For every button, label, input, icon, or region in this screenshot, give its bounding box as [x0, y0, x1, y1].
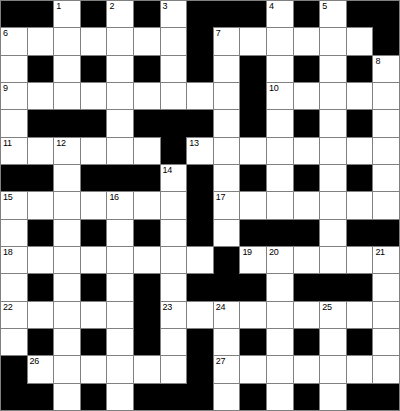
cell-r9c1[interactable]: [1, 220, 27, 246]
cell-r4c1[interactable]: 9: [1, 83, 27, 109]
clue-number: 18: [3, 247, 12, 257]
clue-number: 13: [189, 138, 198, 148]
cell-r8c14[interactable]: [347, 192, 373, 218]
cell-r14c11[interactable]: [267, 356, 293, 382]
cell-r10c6[interactable]: [134, 247, 160, 273]
cell-r4c11[interactable]: 10: [267, 83, 293, 109]
cell-r2c3[interactable]: [54, 28, 80, 54]
cell-r1c15: [373, 1, 399, 27]
cell-r11c2: [28, 274, 54, 300]
cell-r8c4[interactable]: [81, 192, 107, 218]
clue-number: 6: [3, 28, 8, 38]
cell-r15c9[interactable]: [214, 384, 240, 410]
cell-r1c3[interactable]: 1: [54, 1, 80, 27]
cell-r12c10[interactable]: [240, 302, 266, 328]
cell-r2c12[interactable]: [294, 28, 320, 54]
cell-r9c5[interactable]: [107, 220, 133, 246]
cell-r5c13[interactable]: [320, 110, 346, 136]
cell-r13c4: [81, 329, 107, 355]
cell-r14c1: [1, 356, 27, 382]
cell-r5c6: [134, 110, 160, 136]
cell-r15c13[interactable]: [320, 384, 346, 410]
cell-r2c9[interactable]: 7: [214, 28, 240, 54]
cell-r11c12: [294, 274, 320, 300]
cell-r11c5[interactable]: [107, 274, 133, 300]
cell-r8c3[interactable]: [54, 192, 80, 218]
cell-r12c4[interactable]: [81, 302, 107, 328]
cell-r1c4: [81, 1, 107, 27]
cell-r8c6[interactable]: [134, 192, 160, 218]
cell-r9c2: [28, 220, 54, 246]
cell-r9c10: [240, 220, 266, 246]
cell-r7c14: [347, 165, 373, 191]
cell-r3c12: [294, 56, 320, 82]
cell-r13c3[interactable]: [54, 329, 80, 355]
cell-r2c10[interactable]: [240, 28, 266, 54]
cell-r9c6: [134, 220, 160, 246]
cell-r10c8[interactable]: [187, 247, 213, 273]
cell-r13c13[interactable]: [320, 329, 346, 355]
cell-r8c1[interactable]: 15: [1, 192, 27, 218]
cell-r5c3: [54, 110, 80, 136]
clue-number: 17: [216, 192, 225, 202]
cell-r12c2[interactable]: [28, 302, 54, 328]
cell-r1c1: [1, 1, 27, 27]
cell-r1c12: [294, 1, 320, 27]
cell-r7c7[interactable]: 14: [161, 165, 187, 191]
cell-r9c8: [187, 220, 213, 246]
clue-number: 21: [375, 247, 384, 257]
cell-r10c13[interactable]: [320, 247, 346, 273]
cell-r15c8: [187, 384, 213, 410]
cell-r6c7: [161, 138, 187, 164]
cell-r7c4: [81, 165, 107, 191]
cell-r4c4[interactable]: [81, 83, 107, 109]
cell-r9c3[interactable]: [54, 220, 80, 246]
cell-r6c1[interactable]: 11: [1, 138, 27, 164]
cell-r8c7[interactable]: [161, 192, 187, 218]
clue-number: 3: [163, 1, 168, 11]
clue-number: 19: [242, 247, 251, 257]
cell-r11c13: [320, 274, 346, 300]
cell-r2c14[interactable]: [347, 28, 373, 54]
cell-r11c8: [187, 274, 213, 300]
cell-r14c2[interactable]: 26: [28, 356, 54, 382]
cell-r12c11[interactable]: [267, 302, 293, 328]
clue-number: 15: [3, 192, 12, 202]
cell-r11c9: [214, 274, 240, 300]
cell-r12c14[interactable]: [347, 302, 373, 328]
cell-r6c2[interactable]: [28, 138, 54, 164]
cell-r5c8: [187, 110, 213, 136]
cell-r14c8: [187, 356, 213, 382]
cell-r12c5[interactable]: [107, 302, 133, 328]
cell-r1c7[interactable]: 3: [161, 1, 187, 27]
cell-r1c2: [28, 1, 54, 27]
clue-number: 27: [216, 356, 225, 366]
clue-number: 2: [109, 1, 114, 11]
clue-number: 7: [216, 28, 221, 38]
cell-r2c5[interactable]: [107, 28, 133, 54]
cell-r11c3[interactable]: [54, 274, 80, 300]
cell-r11c11[interactable]: [267, 274, 293, 300]
cell-r8c15[interactable]: [373, 192, 399, 218]
cell-r13c8: [187, 329, 213, 355]
cell-r2c7[interactable]: [161, 28, 187, 54]
cell-r1c9: [214, 1, 240, 27]
cell-r12c6: [134, 302, 160, 328]
cell-r7c13[interactable]: [320, 165, 346, 191]
cell-r2c4[interactable]: [81, 28, 107, 54]
cell-r1c11[interactable]: 4: [267, 1, 293, 27]
clue-number: 12: [56, 138, 65, 148]
cell-r15c14: [347, 384, 373, 410]
cell-r5c11[interactable]: [267, 110, 293, 136]
cell-r3c7[interactable]: [161, 56, 187, 82]
cell-r7c3[interactable]: [54, 165, 80, 191]
cell-r6c12[interactable]: [294, 138, 320, 164]
cell-r13c12: [294, 329, 320, 355]
cell-r14c10[interactable]: [240, 356, 266, 382]
cell-r5c14: [347, 110, 373, 136]
cell-r8c12[interactable]: [294, 192, 320, 218]
cell-r1c10: [240, 1, 266, 27]
cell-r13c11[interactable]: [267, 329, 293, 355]
cell-r6c11[interactable]: [267, 138, 293, 164]
cell-r13c9[interactable]: [214, 329, 240, 355]
cell-r4c13[interactable]: [320, 83, 346, 109]
clue-number: 25: [322, 302, 331, 312]
cell-r12c12[interactable]: [294, 302, 320, 328]
cell-r10c10[interactable]: 19: [240, 247, 266, 273]
cell-r14c3[interactable]: [54, 356, 80, 382]
cell-r3c2: [28, 56, 54, 82]
cell-r13c6: [134, 329, 160, 355]
cell-r3c14: [347, 56, 373, 82]
cell-r11c1[interactable]: [1, 274, 27, 300]
cell-r15c1: [1, 384, 27, 410]
cell-r11c14: [347, 274, 373, 300]
cell-r12c13[interactable]: 25: [320, 302, 346, 328]
cell-r1c13[interactable]: 5: [320, 1, 346, 27]
cell-r6c10[interactable]: [240, 138, 266, 164]
cell-r15c7: [161, 384, 187, 410]
clue-number: 11: [3, 138, 12, 148]
cell-r5c15[interactable]: [373, 110, 399, 136]
cell-r3c3[interactable]: [54, 56, 80, 82]
cell-r7c6: [134, 165, 160, 191]
cell-r3c5[interactable]: [107, 56, 133, 82]
cell-r3c1[interactable]: [1, 56, 27, 82]
cell-r10c3[interactable]: [54, 247, 80, 273]
cell-r3c6: [134, 56, 160, 82]
cell-r10c7[interactable]: [161, 247, 187, 273]
cell-r11c15[interactable]: [373, 274, 399, 300]
cell-r12c15[interactable]: [373, 302, 399, 328]
cell-r3c9[interactable]: [214, 56, 240, 82]
cell-r4c7[interactable]: [161, 83, 187, 109]
cell-r4c10: [240, 83, 266, 109]
cell-r5c5[interactable]: [107, 110, 133, 136]
cell-r8c5[interactable]: 16: [107, 192, 133, 218]
cell-r9c4: [81, 220, 107, 246]
cell-r8c8: [187, 192, 213, 218]
cell-r10c14[interactable]: [347, 247, 373, 273]
cell-r13c2: [28, 329, 54, 355]
cell-r7c15[interactable]: [373, 165, 399, 191]
cell-r14c4[interactable]: [81, 356, 107, 382]
cell-r7c9[interactable]: [214, 165, 240, 191]
clue-number: 4: [269, 1, 274, 11]
cell-r15c11[interactable]: [267, 384, 293, 410]
cell-r15c5[interactable]: [107, 384, 133, 410]
cell-r6c14[interactable]: [347, 138, 373, 164]
cell-r14c15[interactable]: [373, 356, 399, 382]
cell-r5c10: [240, 110, 266, 136]
cell-r10c11[interactable]: 20: [267, 247, 293, 273]
clue-number: 23: [163, 302, 172, 312]
cell-r9c13[interactable]: [320, 220, 346, 246]
cell-r1c5[interactable]: 2: [107, 1, 133, 27]
cell-r11c10: [240, 274, 266, 300]
cell-r2c2[interactable]: [28, 28, 54, 54]
cell-r12c8[interactable]: [187, 302, 213, 328]
cell-r14c9[interactable]: 27: [214, 356, 240, 382]
cell-r2c6[interactable]: [134, 28, 160, 54]
clue-number: 10: [269, 83, 278, 93]
cell-r7c11[interactable]: [267, 165, 293, 191]
cell-r2c11[interactable]: [267, 28, 293, 54]
cell-r13c7[interactable]: [161, 329, 187, 355]
cell-r8c9[interactable]: 17: [214, 192, 240, 218]
cell-r6c5[interactable]: [107, 138, 133, 164]
cell-r15c10: [240, 384, 266, 410]
cell-r4c3[interactable]: [54, 83, 80, 109]
cell-r4c9[interactable]: [214, 83, 240, 109]
cell-r8c2[interactable]: [28, 192, 54, 218]
cell-r6c15[interactable]: [373, 138, 399, 164]
clue-number: 26: [30, 356, 39, 366]
cell-r7c10: [240, 165, 266, 191]
cell-r7c5: [107, 165, 133, 191]
cell-r3c8: [187, 56, 213, 82]
cell-r4c2[interactable]: [28, 83, 54, 109]
cell-r11c7[interactable]: [161, 274, 187, 300]
cell-r2c1[interactable]: 6: [1, 28, 27, 54]
cell-r8c11[interactable]: [267, 192, 293, 218]
cell-r10c4[interactable]: [81, 247, 107, 273]
cell-r2c8: [187, 28, 213, 54]
cell-r5c1[interactable]: [1, 110, 27, 136]
cell-r8c13[interactable]: [320, 192, 346, 218]
clue-number: 9: [3, 83, 8, 93]
cell-r13c5[interactable]: [107, 329, 133, 355]
cell-r10c12[interactable]: [294, 247, 320, 273]
cell-r10c1[interactable]: 18: [1, 247, 27, 273]
cell-r15c4: [81, 384, 107, 410]
cell-r5c12: [294, 110, 320, 136]
cell-r12c1[interactable]: 22: [1, 302, 27, 328]
cell-r12c7[interactable]: 23: [161, 302, 187, 328]
cell-r1c6: [134, 1, 160, 27]
cell-r12c3[interactable]: [54, 302, 80, 328]
cell-r9c12: [294, 220, 320, 246]
cell-r13c1[interactable]: [1, 329, 27, 355]
cell-r11c4: [81, 274, 107, 300]
cell-r3c13[interactable]: [320, 56, 346, 82]
cell-r1c14: [347, 1, 373, 27]
cell-r9c11: [267, 220, 293, 246]
cell-r3c10: [240, 56, 266, 82]
cell-r9c9[interactable]: [214, 220, 240, 246]
cell-r3c4: [81, 56, 107, 82]
clue-number: 16: [109, 192, 118, 202]
cell-r3c15[interactable]: 8: [373, 56, 399, 82]
cell-r4c6[interactable]: [134, 83, 160, 109]
cell-r2c15: [373, 28, 399, 54]
cell-r14c12[interactable]: [294, 356, 320, 382]
cell-r6c4[interactable]: [81, 138, 107, 164]
clue-number: 1: [56, 1, 61, 11]
cell-r15c12: [294, 384, 320, 410]
cell-r6c8[interactable]: 13: [187, 138, 213, 164]
cell-r4c12[interactable]: [294, 83, 320, 109]
clue-number: 8: [375, 56, 380, 66]
cell-r7c12: [294, 165, 320, 191]
clue-number: 14: [163, 165, 172, 175]
cell-r8c10[interactable]: [240, 192, 266, 218]
cell-r15c6: [134, 384, 160, 410]
cell-r10c15[interactable]: 21: [373, 247, 399, 273]
cell-r6c3[interactable]: 12: [54, 138, 80, 164]
cell-r3c11[interactable]: [267, 56, 293, 82]
cell-r1c8: [187, 1, 213, 27]
cell-r7c2: [28, 165, 54, 191]
cell-r12c9[interactable]: 24: [214, 302, 240, 328]
crossword-grid: 1234567891011121314151617181920212223242…: [0, 0, 400, 411]
cell-r5c9[interactable]: [214, 110, 240, 136]
cell-r5c4: [81, 110, 107, 136]
cell-r5c2: [28, 110, 54, 136]
cell-r15c2: [28, 384, 54, 410]
cell-r14c14[interactable]: [347, 356, 373, 382]
cell-r6c13[interactable]: [320, 138, 346, 164]
cell-r14c5[interactable]: [107, 356, 133, 382]
cell-r11c6: [134, 274, 160, 300]
cell-r14c6[interactable]: [134, 356, 160, 382]
cell-r13c15[interactable]: [373, 329, 399, 355]
cell-r10c5[interactable]: [107, 247, 133, 273]
cell-r9c7[interactable]: [161, 220, 187, 246]
cell-r4c14[interactable]: [347, 83, 373, 109]
cell-r5c7: [161, 110, 187, 136]
cell-r6c6[interactable]: [134, 138, 160, 164]
clue-number: 22: [3, 302, 12, 312]
cell-r4c15[interactable]: [373, 83, 399, 109]
cell-r7c8: [187, 165, 213, 191]
cell-r10c2[interactable]: [28, 247, 54, 273]
cell-r2c13[interactable]: [320, 28, 346, 54]
cell-r6c9[interactable]: [214, 138, 240, 164]
cell-r7c1: [1, 165, 27, 191]
cell-r13c10: [240, 329, 266, 355]
cell-r9c14: [347, 220, 373, 246]
clue-number: 24: [216, 302, 225, 312]
cell-r10c9: [214, 247, 240, 273]
cell-r4c8[interactable]: [187, 83, 213, 109]
cell-r14c13[interactable]: [320, 356, 346, 382]
cell-r14c7[interactable]: [161, 356, 187, 382]
clue-number: 5: [322, 1, 327, 11]
cell-r15c3[interactable]: [54, 384, 80, 410]
cell-r15c15: [373, 384, 399, 410]
cell-r13c14: [347, 329, 373, 355]
cell-r9c15: [373, 220, 399, 246]
cell-r4c5[interactable]: [107, 83, 133, 109]
clue-number: 20: [269, 247, 278, 257]
